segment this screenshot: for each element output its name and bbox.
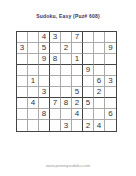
cell-r6c3: 3 — [39, 87, 50, 98]
cell-r3c8 — [94, 54, 105, 65]
cell-r7c1 — [17, 98, 28, 109]
cell-r1c4: 3 — [50, 32, 61, 43]
cell-r4c3 — [39, 65, 50, 76]
cell-r2c4 — [50, 43, 61, 54]
cell-r1c9 — [105, 32, 116, 43]
cell-r1c6: 7 — [72, 32, 83, 43]
cell-r6c6: 5 — [72, 87, 83, 98]
cell-r5c5 — [61, 76, 72, 87]
cell-r8c7 — [83, 109, 94, 120]
cell-r3c1 — [17, 54, 28, 65]
cell-r2c6 — [72, 43, 83, 54]
cell-r9c8: 4 — [94, 120, 105, 131]
cell-r9c1 — [17, 120, 28, 131]
footer-url: www.printmysudoku.com — [0, 163, 136, 168]
cell-r4c9 — [105, 65, 116, 76]
cell-r1c3: 4 — [39, 32, 50, 43]
cell-r6c7 — [83, 87, 94, 98]
cell-r1c2 — [28, 32, 39, 43]
cell-r5c1 — [17, 76, 28, 87]
cell-r9c9 — [105, 120, 116, 131]
cell-r5c4 — [50, 76, 61, 87]
cell-r6c5 — [61, 87, 72, 98]
cell-r4c5 — [61, 65, 72, 76]
cell-r8c1 — [17, 109, 28, 120]
cell-r6c4 — [50, 87, 61, 98]
cell-r3c3: 9 — [39, 54, 50, 65]
cell-r5c7 — [83, 76, 94, 87]
cell-r2c7 — [83, 43, 94, 54]
cell-r9c4 — [50, 120, 61, 131]
cell-r9c2 — [28, 120, 39, 131]
cell-r4c4 — [50, 65, 61, 76]
cell-r8c6: 4 — [72, 109, 83, 120]
cell-r7c3 — [39, 98, 50, 109]
cell-r7c7: 5 — [83, 98, 94, 109]
cell-r4c8 — [94, 65, 105, 76]
cell-r5c2: 1 — [28, 76, 39, 87]
cell-r7c9 — [105, 98, 116, 109]
cell-r8c2 — [28, 109, 39, 120]
cell-r5c3 — [39, 76, 50, 87]
cell-r2c3: 5 — [39, 43, 50, 54]
cell-r1c1 — [17, 32, 28, 43]
cell-r8c4 — [50, 109, 61, 120]
cell-r2c9: 9 — [105, 43, 116, 54]
cell-r4c6 — [72, 65, 83, 76]
cell-r3c5 — [61, 54, 72, 65]
cell-r8c8 — [94, 109, 105, 120]
cell-r3c4: 8 — [50, 54, 61, 65]
puzzle-title: Sudoku, Easy (Puz# 608) — [0, 13, 136, 19]
cell-r9c6 — [72, 120, 83, 131]
cell-r1c7 — [83, 32, 94, 43]
cell-r6c9 — [105, 87, 116, 98]
cell-r9c5: 3 — [61, 120, 72, 131]
cell-r3c2 — [28, 54, 39, 65]
cell-r7c4: 7 — [50, 98, 61, 109]
cell-r5c8: 6 — [94, 76, 105, 87]
cell-r9c3 — [39, 120, 50, 131]
cell-r8c3: 8 — [39, 109, 50, 120]
cell-r2c2 — [28, 43, 39, 54]
cell-r4c1 — [17, 65, 28, 76]
cell-r8c9: 6 — [105, 109, 116, 120]
sudoku-grid: 4373529981916335247825846324 — [16, 31, 117, 132]
cell-r1c5 — [61, 32, 72, 43]
cell-r6c2 — [28, 87, 39, 98]
cell-r6c8: 2 — [94, 87, 105, 98]
cell-r8c5 — [61, 109, 72, 120]
cell-r7c2: 4 — [28, 98, 39, 109]
cell-r2c8 — [94, 43, 105, 54]
cell-r3c6: 1 — [72, 54, 83, 65]
cell-r5c6 — [72, 76, 83, 87]
cell-r7c8 — [94, 98, 105, 109]
cell-r9c7: 2 — [83, 120, 94, 131]
cell-r7c6: 2 — [72, 98, 83, 109]
cell-r6c1 — [17, 87, 28, 98]
cell-r3c9 — [105, 54, 116, 65]
cell-r5c9: 3 — [105, 76, 116, 87]
cell-r4c7: 9 — [83, 65, 94, 76]
cell-r7c5: 8 — [61, 98, 72, 109]
cell-r1c8 — [94, 32, 105, 43]
cell-r2c5: 2 — [61, 43, 72, 54]
cell-r3c7 — [83, 54, 94, 65]
cell-r4c2 — [28, 65, 39, 76]
cell-r2c1: 3 — [17, 43, 28, 54]
